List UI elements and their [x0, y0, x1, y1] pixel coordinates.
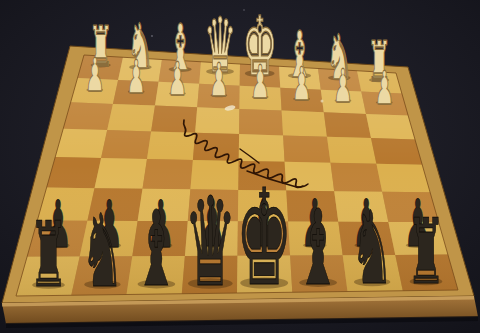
white-pawn: ♟	[333, 58, 353, 113]
photo-backdrop: chess	[0, 0, 480, 333]
black-knight: ♞	[81, 192, 124, 309]
black-queen: ♛	[184, 170, 237, 314]
white-pawn: ♟	[250, 55, 270, 110]
white-pawn: ♟	[126, 49, 146, 104]
white-pawn: ♟	[374, 60, 394, 115]
black-rook: ♜	[407, 198, 446, 304]
black-bishop: ♝	[134, 188, 179, 309]
chess-board-photo: ♜♞♝♛♚♝♞♜♟♟♟♟♟♟♟♟♟♟♟♟♟♟♟♟♜♞♝♛♚♝♞♜	[0, 0, 480, 333]
white-pawn: ♟	[168, 51, 188, 106]
white-pawn: ♟	[85, 48, 105, 103]
white-pawn: ♟	[209, 53, 229, 108]
black-king: ♚	[236, 160, 293, 316]
white-pawn: ♟	[292, 57, 312, 112]
black-knight: ♞	[351, 190, 394, 307]
black-rook: ♜	[29, 202, 68, 308]
black-bishop: ♝	[296, 187, 341, 308]
